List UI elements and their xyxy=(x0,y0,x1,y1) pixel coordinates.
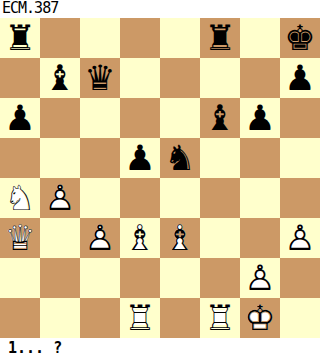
piece-white-king: ♚♔ xyxy=(244,298,275,338)
piece-white-outline: ♔ xyxy=(244,298,275,338)
square-h8[interactable]: ♚ xyxy=(280,18,320,58)
piece-white-outline: ♖ xyxy=(124,298,155,338)
piece-white-outline: ♙ xyxy=(284,218,315,258)
piece-black-rook: ♜ xyxy=(4,18,35,58)
square-h4[interactable] xyxy=(280,178,320,218)
piece-white-outline: ♙ xyxy=(44,178,75,218)
square-b6[interactable] xyxy=(40,98,80,138)
square-f2[interactable] xyxy=(200,258,240,298)
piece-white-outline: ♙ xyxy=(244,258,275,298)
piece-white-outline: ♖ xyxy=(204,298,235,338)
piece-black-pawn: ♟ xyxy=(284,58,315,98)
square-d1[interactable]: ♜♖ xyxy=(120,298,160,338)
square-h1[interactable] xyxy=(280,298,320,338)
square-f7[interactable] xyxy=(200,58,240,98)
piece-black-knight: ♞ xyxy=(164,138,195,178)
square-e8[interactable] xyxy=(160,18,200,58)
square-c6[interactable] xyxy=(80,98,120,138)
square-f3[interactable] xyxy=(200,218,240,258)
piece-white-pawn: ♟♙ xyxy=(44,178,75,218)
piece-white-queen: ♛♕ xyxy=(4,218,35,258)
puzzle-title: ECM.387 xyxy=(0,0,320,18)
square-c3[interactable]: ♟♙ xyxy=(80,218,120,258)
square-e1[interactable] xyxy=(160,298,200,338)
square-e6[interactable] xyxy=(160,98,200,138)
square-a3[interactable]: ♛♕ xyxy=(0,218,40,258)
square-c7[interactable]: ♛ xyxy=(80,58,120,98)
square-e4[interactable] xyxy=(160,178,200,218)
piece-white-bishop: ♝♗ xyxy=(124,218,155,258)
piece-black-bishop: ♝ xyxy=(204,98,235,138)
piece-black-king: ♚ xyxy=(284,18,315,58)
chess-app-window: ECM.387 ♜♜♚♝♛♟♟♝♟♟♞♞♘♟♙♛♕♟♙♝♗♝♗♟♙♟♙♜♖♜♖♚… xyxy=(0,0,320,360)
square-d2[interactable] xyxy=(120,258,160,298)
square-d4[interactable] xyxy=(120,178,160,218)
square-c8[interactable] xyxy=(80,18,120,58)
piece-black-pawn: ♟ xyxy=(244,98,275,138)
square-b5[interactable] xyxy=(40,138,80,178)
piece-white-pawn: ♟♙ xyxy=(284,218,315,258)
piece-black-pawn: ♟ xyxy=(4,98,35,138)
move-prompt: 1... ? xyxy=(0,338,320,360)
square-h3[interactable]: ♟♙ xyxy=(280,218,320,258)
piece-white-outline: ♙ xyxy=(84,218,115,258)
square-c2[interactable] xyxy=(80,258,120,298)
square-d3[interactable]: ♝♗ xyxy=(120,218,160,258)
piece-white-bishop: ♝♗ xyxy=(164,218,195,258)
piece-white-rook: ♜♖ xyxy=(204,298,235,338)
piece-black-pawn: ♟ xyxy=(124,138,155,178)
square-g3[interactable] xyxy=(240,218,280,258)
square-b7[interactable]: ♝ xyxy=(40,58,80,98)
piece-white-pawn: ♟♙ xyxy=(84,218,115,258)
piece-white-outline: ♘ xyxy=(4,178,35,218)
piece-white-outline: ♗ xyxy=(164,218,195,258)
square-a4[interactable]: ♞♘ xyxy=(0,178,40,218)
piece-black-bishop: ♝ xyxy=(44,58,75,98)
square-e2[interactable] xyxy=(160,258,200,298)
square-d8[interactable] xyxy=(120,18,160,58)
square-a1[interactable] xyxy=(0,298,40,338)
square-f8[interactable]: ♜ xyxy=(200,18,240,58)
square-c1[interactable] xyxy=(80,298,120,338)
square-b4[interactable]: ♟♙ xyxy=(40,178,80,218)
square-a6[interactable]: ♟ xyxy=(0,98,40,138)
square-a5[interactable] xyxy=(0,138,40,178)
square-f1[interactable]: ♜♖ xyxy=(200,298,240,338)
square-h5[interactable] xyxy=(280,138,320,178)
square-b2[interactable] xyxy=(40,258,80,298)
square-b3[interactable] xyxy=(40,218,80,258)
square-c4[interactable] xyxy=(80,178,120,218)
square-a2[interactable] xyxy=(0,258,40,298)
chess-board: ♜♜♚♝♛♟♟♝♟♟♞♞♘♟♙♛♕♟♙♝♗♝♗♟♙♟♙♜♖♜♖♚♔ xyxy=(0,18,320,338)
square-a7[interactable] xyxy=(0,58,40,98)
square-g1[interactable]: ♚♔ xyxy=(240,298,280,338)
piece-white-pawn: ♟♙ xyxy=(244,258,275,298)
square-e5[interactable]: ♞ xyxy=(160,138,200,178)
square-h2[interactable] xyxy=(280,258,320,298)
piece-white-knight: ♞♘ xyxy=(4,178,35,218)
square-h6[interactable] xyxy=(280,98,320,138)
square-g4[interactable] xyxy=(240,178,280,218)
square-b1[interactable] xyxy=(40,298,80,338)
square-g7[interactable] xyxy=(240,58,280,98)
square-e7[interactable] xyxy=(160,58,200,98)
piece-black-queen: ♛ xyxy=(84,58,115,98)
square-g6[interactable]: ♟ xyxy=(240,98,280,138)
piece-white-outline: ♗ xyxy=(124,218,155,258)
square-a8[interactable]: ♜ xyxy=(0,18,40,58)
square-g2[interactable]: ♟♙ xyxy=(240,258,280,298)
square-c5[interactable] xyxy=(80,138,120,178)
square-h7[interactable]: ♟ xyxy=(280,58,320,98)
piece-white-outline: ♕ xyxy=(4,218,35,258)
square-g5[interactable] xyxy=(240,138,280,178)
square-f4[interactable] xyxy=(200,178,240,218)
square-d5[interactable]: ♟ xyxy=(120,138,160,178)
piece-black-rook: ♜ xyxy=(204,18,235,58)
square-d6[interactable] xyxy=(120,98,160,138)
square-f6[interactable]: ♝ xyxy=(200,98,240,138)
square-b8[interactable] xyxy=(40,18,80,58)
square-f5[interactable] xyxy=(200,138,240,178)
square-e3[interactable]: ♝♗ xyxy=(160,218,200,258)
square-g8[interactable] xyxy=(240,18,280,58)
piece-white-rook: ♜♖ xyxy=(124,298,155,338)
square-d7[interactable] xyxy=(120,58,160,98)
